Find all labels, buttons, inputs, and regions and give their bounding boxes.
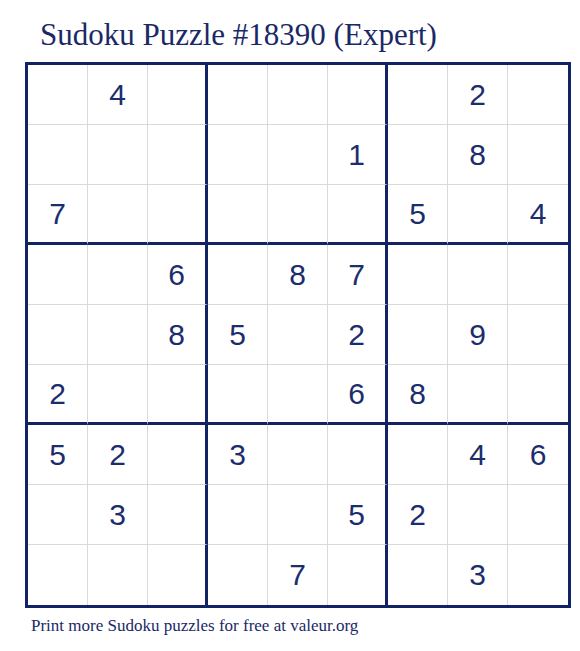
cell-r7c5 — [268, 425, 328, 485]
cell-r4c2 — [88, 245, 148, 305]
cell-r4c4 — [208, 245, 268, 305]
given-digit: 4 — [530, 197, 547, 231]
cell-r6c9 — [508, 365, 568, 425]
cell-r8c9 — [508, 485, 568, 545]
cell-r2c8: 8 — [448, 125, 508, 185]
cell-r6c8 — [448, 365, 508, 425]
given-digit: 1 — [348, 138, 365, 172]
cell-r7c1: 5 — [28, 425, 88, 485]
cell-r8c3 — [148, 485, 208, 545]
cell-r7c9: 6 — [508, 425, 568, 485]
cell-r9c6 — [328, 545, 388, 605]
cell-r6c3 — [148, 365, 208, 425]
given-digit: 2 — [348, 318, 365, 352]
cell-r3c9: 4 — [508, 185, 568, 245]
cell-r5c2 — [88, 305, 148, 365]
cell-r2c1 — [28, 125, 88, 185]
given-digit: 2 — [49, 377, 66, 411]
given-digit: 3 — [229, 438, 246, 472]
cell-r4c3: 6 — [148, 245, 208, 305]
cell-r4c6: 7 — [328, 245, 388, 305]
given-digit: 6 — [348, 377, 365, 411]
cell-r1c6 — [328, 65, 388, 125]
cell-r7c2: 2 — [88, 425, 148, 485]
cell-r3c7: 5 — [388, 185, 448, 245]
cell-r8c8 — [448, 485, 508, 545]
cell-r4c9 — [508, 245, 568, 305]
cell-r6c6: 6 — [328, 365, 388, 425]
given-digit: 8 — [168, 318, 185, 352]
cell-r4c8 — [448, 245, 508, 305]
cell-r9c5: 7 — [268, 545, 328, 605]
given-digit: 5 — [229, 318, 246, 352]
cell-r8c6: 5 — [328, 485, 388, 545]
cell-r7c8: 4 — [448, 425, 508, 485]
cell-r6c1: 2 — [28, 365, 88, 425]
given-digit: 8 — [469, 138, 486, 172]
given-digit: 5 — [348, 498, 365, 532]
given-digit: 3 — [469, 558, 486, 592]
cell-r1c5 — [268, 65, 328, 125]
cell-r7c6 — [328, 425, 388, 485]
cell-r9c8: 3 — [448, 545, 508, 605]
cell-r8c4 — [208, 485, 268, 545]
cell-r4c1 — [28, 245, 88, 305]
cell-r4c7 — [388, 245, 448, 305]
cell-r9c3 — [148, 545, 208, 605]
cell-r9c2 — [88, 545, 148, 605]
given-digit: 6 — [168, 258, 185, 292]
cell-r6c5 — [268, 365, 328, 425]
cell-r8c2: 3 — [88, 485, 148, 545]
cell-r2c5 — [268, 125, 328, 185]
cell-r9c4 — [208, 545, 268, 605]
given-digit: 5 — [49, 438, 66, 472]
cell-r1c1 — [28, 65, 88, 125]
cell-r2c9 — [508, 125, 568, 185]
cell-r7c7 — [388, 425, 448, 485]
cell-r4c5: 8 — [268, 245, 328, 305]
given-digit: 7 — [49, 197, 66, 231]
sudoku-board: 421875468785292685234635273 — [25, 62, 571, 608]
cell-r2c6: 1 — [328, 125, 388, 185]
cell-r3c8 — [448, 185, 508, 245]
cell-r3c5 — [268, 185, 328, 245]
cell-r1c9 — [508, 65, 568, 125]
cell-r6c4 — [208, 365, 268, 425]
cell-r8c5 — [268, 485, 328, 545]
cell-r8c7: 2 — [388, 485, 448, 545]
given-digit: 8 — [289, 258, 306, 292]
given-digit: 6 — [530, 438, 547, 472]
cell-r1c7 — [388, 65, 448, 125]
cell-r1c4 — [208, 65, 268, 125]
cell-r6c7: 8 — [388, 365, 448, 425]
given-digit: 8 — [409, 377, 426, 411]
cell-r9c1 — [28, 545, 88, 605]
cell-r5c9 — [508, 305, 568, 365]
cell-r5c6: 2 — [328, 305, 388, 365]
cell-r7c3 — [148, 425, 208, 485]
cell-r1c2: 4 — [88, 65, 148, 125]
cell-r7c4: 3 — [208, 425, 268, 485]
cell-r9c9 — [508, 545, 568, 605]
footer-text: Print more Sudoku puzzles for free at va… — [31, 616, 358, 636]
cell-r2c4 — [208, 125, 268, 185]
cell-r1c8: 2 — [448, 65, 508, 125]
given-digit: 4 — [469, 438, 486, 472]
sudoku-page: Sudoku Puzzle #18390 (Expert) 4218754687… — [0, 0, 580, 651]
cell-r6c2 — [88, 365, 148, 425]
cell-r3c3 — [148, 185, 208, 245]
cell-r2c3 — [148, 125, 208, 185]
cell-r2c7 — [388, 125, 448, 185]
given-digit: 2 — [109, 438, 126, 472]
cell-r1c3 — [148, 65, 208, 125]
given-digit: 9 — [469, 318, 486, 352]
cell-r5c3: 8 — [148, 305, 208, 365]
cell-r3c4 — [208, 185, 268, 245]
cell-r5c1 — [28, 305, 88, 365]
page-title: Sudoku Puzzle #18390 (Expert) — [40, 17, 437, 53]
cell-r8c1 — [28, 485, 88, 545]
given-digit: 5 — [409, 197, 426, 231]
given-digit: 7 — [289, 558, 306, 592]
given-digit: 4 — [109, 78, 126, 112]
cell-r3c1: 7 — [28, 185, 88, 245]
cell-r3c6 — [328, 185, 388, 245]
given-digit: 7 — [348, 258, 365, 292]
given-digit: 2 — [469, 78, 486, 112]
cell-r5c8: 9 — [448, 305, 508, 365]
cell-r5c7 — [388, 305, 448, 365]
cell-r5c4: 5 — [208, 305, 268, 365]
cell-r2c2 — [88, 125, 148, 185]
given-digit: 3 — [109, 498, 126, 532]
cell-r5c5 — [268, 305, 328, 365]
given-digit: 2 — [409, 498, 426, 532]
cell-r3c2 — [88, 185, 148, 245]
cell-r9c7 — [388, 545, 448, 605]
